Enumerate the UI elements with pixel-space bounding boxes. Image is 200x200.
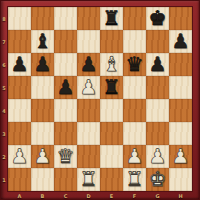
rank-label-8: 8 xyxy=(0,7,8,30)
file-label-c: C xyxy=(54,191,77,200)
square-a7[interactable] xyxy=(8,30,31,53)
square-g7[interactable] xyxy=(146,30,169,53)
square-e4[interactable] xyxy=(100,99,123,122)
rank-label-6: 6 xyxy=(0,53,8,76)
square-e2[interactable] xyxy=(100,145,123,168)
square-a5[interactable] xyxy=(8,76,31,99)
square-g2[interactable]: ♟ xyxy=(146,145,169,168)
white-pawn-d5[interactable]: ♟ xyxy=(80,76,98,99)
square-e6[interactable]: ♝ xyxy=(100,53,123,76)
chess-board-frame: 87654321 ♜♚♝♟♟♟♟♝♛♟♟♟♜♟♟♛♟♟♟♜♜♚ ABCDEFGH xyxy=(0,0,200,200)
black-pawn-d6[interactable]: ♟ xyxy=(80,53,98,76)
square-e7[interactable] xyxy=(100,30,123,53)
white-king-g1[interactable]: ♚ xyxy=(149,168,167,191)
square-c4[interactable] xyxy=(54,99,77,122)
square-a6[interactable]: ♟ xyxy=(8,53,31,76)
file-label-h: H xyxy=(169,191,192,200)
square-g8[interactable]: ♚ xyxy=(146,7,169,30)
square-d6[interactable]: ♟ xyxy=(77,53,100,76)
rank-label-3: 3 xyxy=(0,122,8,145)
square-f1[interactable]: ♜ xyxy=(123,168,146,191)
black-queen-f6[interactable]: ♛ xyxy=(126,53,144,76)
square-c2[interactable]: ♛ xyxy=(54,145,77,168)
black-pawn-a6[interactable]: ♟ xyxy=(11,53,29,76)
black-pawn-c5[interactable]: ♟ xyxy=(57,76,75,99)
square-e1[interactable] xyxy=(100,168,123,191)
rank-label-4: 4 xyxy=(0,99,8,122)
file-label-f: F xyxy=(123,191,146,200)
square-g6[interactable]: ♟ xyxy=(146,53,169,76)
square-e3[interactable] xyxy=(100,122,123,145)
white-queen-c2[interactable]: ♛ xyxy=(57,145,75,168)
square-h3[interactable] xyxy=(169,122,192,145)
square-d7[interactable] xyxy=(77,30,100,53)
square-e5[interactable]: ♜ xyxy=(100,76,123,99)
square-b3[interactable] xyxy=(31,122,54,145)
square-d8[interactable] xyxy=(77,7,100,30)
square-f6[interactable]: ♛ xyxy=(123,53,146,76)
black-king-g8[interactable]: ♚ xyxy=(149,7,167,30)
file-labels: ABCDEFGH xyxy=(8,191,192,200)
square-a3[interactable] xyxy=(8,122,31,145)
square-f4[interactable] xyxy=(123,99,146,122)
white-pawn-a2[interactable]: ♟ xyxy=(11,145,29,168)
file-label-b: B xyxy=(31,191,54,200)
black-pawn-g6[interactable]: ♟ xyxy=(149,53,167,76)
chess-board[interactable]: ♜♚♝♟♟♟♟♝♛♟♟♟♜♟♟♛♟♟♟♜♜♚ xyxy=(8,7,192,191)
square-h6[interactable] xyxy=(169,53,192,76)
square-b8[interactable] xyxy=(31,7,54,30)
square-c1[interactable] xyxy=(54,168,77,191)
file-label-g: G xyxy=(146,191,169,200)
square-f2[interactable]: ♟ xyxy=(123,145,146,168)
square-f7[interactable] xyxy=(123,30,146,53)
square-d2[interactable] xyxy=(77,145,100,168)
square-c6[interactable] xyxy=(54,53,77,76)
square-c3[interactable] xyxy=(54,122,77,145)
square-h7[interactable]: ♟ xyxy=(169,30,192,53)
white-pawn-b2[interactable]: ♟ xyxy=(34,145,52,168)
white-pawn-h2[interactable]: ♟ xyxy=(172,145,190,168)
square-f8[interactable] xyxy=(123,7,146,30)
square-c5[interactable]: ♟ xyxy=(54,76,77,99)
square-g3[interactable] xyxy=(146,122,169,145)
black-bishop-b7[interactable]: ♝ xyxy=(34,30,52,53)
square-b7[interactable]: ♝ xyxy=(31,30,54,53)
square-c8[interactable] xyxy=(54,7,77,30)
square-d1[interactable]: ♜ xyxy=(77,168,100,191)
square-b5[interactable] xyxy=(31,76,54,99)
square-a1[interactable] xyxy=(8,168,31,191)
square-d3[interactable] xyxy=(77,122,100,145)
square-b1[interactable] xyxy=(31,168,54,191)
square-d5[interactable]: ♟ xyxy=(77,76,100,99)
square-f5[interactable] xyxy=(123,76,146,99)
rank-label-1: 1 xyxy=(0,168,8,191)
rank-label-5: 5 xyxy=(0,76,8,99)
rank-label-2: 2 xyxy=(0,145,8,168)
file-label-e: E xyxy=(100,191,123,200)
square-f3[interactable] xyxy=(123,122,146,145)
file-label-a: A xyxy=(8,191,31,200)
white-rook-d1[interactable]: ♜ xyxy=(80,168,98,191)
black-rook-e8[interactable]: ♜ xyxy=(103,7,121,30)
square-b4[interactable] xyxy=(31,99,54,122)
black-pawn-b6[interactable]: ♟ xyxy=(34,53,52,76)
square-e8[interactable]: ♜ xyxy=(100,7,123,30)
square-a2[interactable]: ♟ xyxy=(8,145,31,168)
square-h4[interactable] xyxy=(169,99,192,122)
rank-label-7: 7 xyxy=(0,30,8,53)
square-h1[interactable] xyxy=(169,168,192,191)
square-d4[interactable] xyxy=(77,99,100,122)
white-rook-f1[interactable]: ♜ xyxy=(126,168,144,191)
square-c7[interactable] xyxy=(54,30,77,53)
white-pawn-g2[interactable]: ♟ xyxy=(149,145,167,168)
square-b2[interactable]: ♟ xyxy=(31,145,54,168)
square-g4[interactable] xyxy=(146,99,169,122)
square-a8[interactable] xyxy=(8,7,31,30)
file-label-d: D xyxy=(77,191,100,200)
rank-labels: 87654321 xyxy=(0,7,8,191)
white-bishop-e6[interactable]: ♝ xyxy=(103,53,121,76)
white-pawn-f2[interactable]: ♟ xyxy=(126,145,144,168)
square-h8[interactable] xyxy=(169,7,192,30)
square-a4[interactable] xyxy=(8,99,31,122)
black-pawn-h7[interactable]: ♟ xyxy=(172,30,190,53)
square-h5[interactable] xyxy=(169,76,192,99)
square-g1[interactable]: ♚ xyxy=(146,168,169,191)
square-g5[interactable] xyxy=(146,76,169,99)
square-h2[interactable]: ♟ xyxy=(169,145,192,168)
black-rook-e5[interactable]: ♜ xyxy=(103,76,121,99)
square-b6[interactable]: ♟ xyxy=(31,53,54,76)
